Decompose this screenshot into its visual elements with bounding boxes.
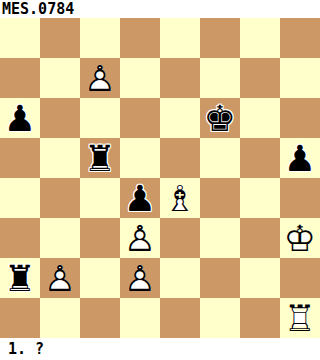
square-g5[interactable] xyxy=(240,138,280,178)
square-f4[interactable] xyxy=(200,178,240,218)
square-d8[interactable] xyxy=(120,18,160,58)
piece-black-rook[interactable]: ♜ xyxy=(80,138,120,178)
piece-outline: ♙ xyxy=(120,258,160,298)
square-d6[interactable] xyxy=(120,98,160,138)
square-h7[interactable] xyxy=(280,58,320,98)
square-d4[interactable]: ♟ xyxy=(120,178,160,218)
piece-outline: ♙ xyxy=(40,258,80,298)
square-f7[interactable] xyxy=(200,58,240,98)
piece-outline: ♔ xyxy=(280,218,320,258)
square-b7[interactable] xyxy=(40,58,80,98)
square-h2[interactable] xyxy=(280,258,320,298)
piece-outline: ♙ xyxy=(80,58,120,98)
square-b3[interactable] xyxy=(40,218,80,258)
square-f8[interactable] xyxy=(200,18,240,58)
chess-board: ♟♙♟♚♜♟♟♝♗♟♙♚♔♜♟♙♟♙♜♖ xyxy=(0,18,320,338)
square-c3[interactable] xyxy=(80,218,120,258)
piece-outline: ♙ xyxy=(120,218,160,258)
piece-white-king[interactable]: ♚♔ xyxy=(280,218,320,258)
square-c7[interactable]: ♟♙ xyxy=(80,58,120,98)
square-a6[interactable]: ♟ xyxy=(0,98,40,138)
piece-glyph: ♚ xyxy=(200,98,240,138)
square-g3[interactable] xyxy=(240,218,280,258)
piece-black-pawn[interactable]: ♟ xyxy=(120,178,160,218)
square-c4[interactable] xyxy=(80,178,120,218)
square-b8[interactable] xyxy=(40,18,80,58)
piece-glyph: ♟ xyxy=(280,138,320,178)
piece-black-pawn[interactable]: ♟ xyxy=(280,138,320,178)
square-f6[interactable]: ♚ xyxy=(200,98,240,138)
square-g2[interactable] xyxy=(240,258,280,298)
chess-diagram-page: MES.0784 ♟♙♟♚♜♟♟♝♗♟♙♚♔♜♟♙♟♙♜♖ 1. ? xyxy=(0,0,320,360)
square-d3[interactable]: ♟♙ xyxy=(120,218,160,258)
piece-white-pawn[interactable]: ♟♙ xyxy=(120,258,160,298)
square-h1[interactable]: ♜♖ xyxy=(280,298,320,338)
square-b1[interactable] xyxy=(40,298,80,338)
square-f3[interactable] xyxy=(200,218,240,258)
square-g1[interactable] xyxy=(240,298,280,338)
square-e4[interactable]: ♝♗ xyxy=(160,178,200,218)
square-e8[interactable] xyxy=(160,18,200,58)
square-g4[interactable] xyxy=(240,178,280,218)
square-h4[interactable] xyxy=(280,178,320,218)
piece-white-rook[interactable]: ♜♖ xyxy=(280,298,320,338)
piece-glyph: ♟ xyxy=(0,98,40,138)
square-c1[interactable] xyxy=(80,298,120,338)
square-a7[interactable] xyxy=(0,58,40,98)
piece-glyph: ♟ xyxy=(120,178,160,218)
piece-white-pawn[interactable]: ♟♙ xyxy=(40,258,80,298)
square-c2[interactable] xyxy=(80,258,120,298)
square-b5[interactable] xyxy=(40,138,80,178)
square-c5[interactable]: ♜ xyxy=(80,138,120,178)
square-f1[interactable] xyxy=(200,298,240,338)
piece-glyph: ♜ xyxy=(80,138,120,178)
piece-white-pawn[interactable]: ♟♙ xyxy=(120,218,160,258)
square-e5[interactable] xyxy=(160,138,200,178)
square-a8[interactable] xyxy=(0,18,40,58)
square-b6[interactable] xyxy=(40,98,80,138)
square-f2[interactable] xyxy=(200,258,240,298)
piece-black-pawn[interactable]: ♟ xyxy=(0,98,40,138)
square-a4[interactable] xyxy=(0,178,40,218)
square-h6[interactable] xyxy=(280,98,320,138)
square-d1[interactable] xyxy=(120,298,160,338)
piece-glyph: ♜ xyxy=(0,258,40,298)
square-b4[interactable] xyxy=(40,178,80,218)
square-a1[interactable] xyxy=(0,298,40,338)
square-a3[interactable] xyxy=(0,218,40,258)
square-h5[interactable]: ♟ xyxy=(280,138,320,178)
square-a5[interactable] xyxy=(0,138,40,178)
piece-white-pawn[interactable]: ♟♙ xyxy=(80,58,120,98)
square-e7[interactable] xyxy=(160,58,200,98)
square-d7[interactable] xyxy=(120,58,160,98)
diagram-title: MES.0784 xyxy=(0,0,320,18)
square-g7[interactable] xyxy=(240,58,280,98)
square-e1[interactable] xyxy=(160,298,200,338)
move-prompt: 1. ? xyxy=(0,338,320,360)
square-g6[interactable] xyxy=(240,98,280,138)
square-h8[interactable] xyxy=(280,18,320,58)
square-h3[interactable]: ♚♔ xyxy=(280,218,320,258)
piece-black-king[interactable]: ♚ xyxy=(200,98,240,138)
square-e2[interactable] xyxy=(160,258,200,298)
square-g8[interactable] xyxy=(240,18,280,58)
square-d5[interactable] xyxy=(120,138,160,178)
square-e6[interactable] xyxy=(160,98,200,138)
square-c8[interactable] xyxy=(80,18,120,58)
piece-outline: ♗ xyxy=(160,178,200,218)
square-a2[interactable]: ♜ xyxy=(0,258,40,298)
square-d2[interactable]: ♟♙ xyxy=(120,258,160,298)
square-e3[interactable] xyxy=(160,218,200,258)
square-c6[interactable] xyxy=(80,98,120,138)
square-f5[interactable] xyxy=(200,138,240,178)
piece-outline: ♖ xyxy=(280,298,320,338)
piece-white-bishop[interactable]: ♝♗ xyxy=(160,178,200,218)
piece-black-rook[interactable]: ♜ xyxy=(0,258,40,298)
square-b2[interactable]: ♟♙ xyxy=(40,258,80,298)
